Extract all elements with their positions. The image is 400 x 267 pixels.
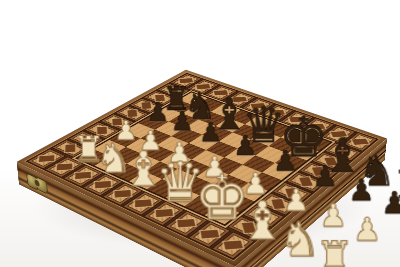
piece-white-pawn[interactable]: ♟ [283,186,310,214]
piece-black-pawn[interactable]: ♟ [273,148,298,174]
chessboard-3d: ♜♞♝♛♚♝♞♜♟♟♟♟♟♟♟♟♟♟♟♟♟♟♟♟♜♞♝♛♚♝♞♜ [17,69,387,266]
ornament-tile [27,148,67,169]
scene: ♜♞♝♛♚♝♞♜♟♟♟♟♟♟♟♟♟♟♟♟♟♟♟♟♜♞♝♛♚♝♞♜ [0,0,400,267]
piece-white-pawn[interactable]: ♟ [353,215,382,244]
piece-white-rook[interactable]: ♜ [315,237,354,267]
piece-white-pawn[interactable]: ♟ [319,201,347,230]
piece-black-pawn[interactable]: ♟ [233,133,258,158]
piece-black-pawn[interactable]: ♟ [348,177,375,204]
photo-stage: ♜♞♝♛♚♝♞♜♟♟♟♟♟♟♟♟♟♟♟♟♟♟♟♟♜♞♝♛♚♝♞♜ [0,0,400,267]
piece-black-pawn[interactable]: ♟ [381,189,400,217]
piece-black-pawn[interactable]: ♟ [312,163,338,190]
